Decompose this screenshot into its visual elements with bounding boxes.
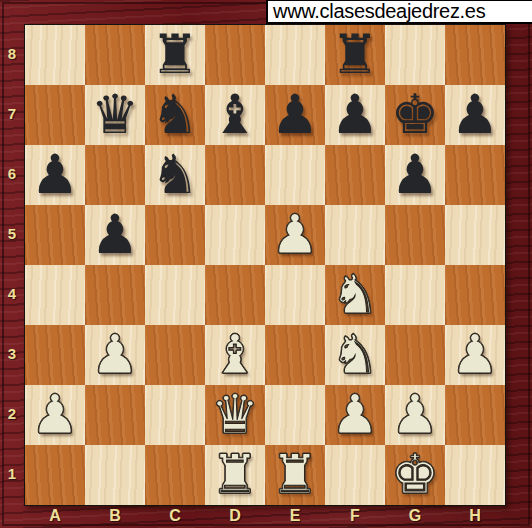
file-label-a: A <box>25 505 85 528</box>
square-h7[interactable]: ♟ <box>445 85 505 145</box>
black-pawn-piece: ♟ <box>25 145 85 205</box>
white-rook-piece: ♜ <box>205 445 265 505</box>
square-h6[interactable] <box>445 145 505 205</box>
square-h4[interactable] <box>445 265 505 325</box>
black-rook-piece: ♜ <box>325 25 385 85</box>
square-d6[interactable] <box>205 145 265 205</box>
rank-label-2: 2 <box>0 384 24 444</box>
white-pawn-piece: ♟ <box>445 325 505 385</box>
square-a2[interactable]: ♟ <box>25 385 85 445</box>
square-c3[interactable] <box>145 325 205 385</box>
square-f7[interactable]: ♟ <box>325 85 385 145</box>
square-c5[interactable] <box>145 205 205 265</box>
square-b1[interactable] <box>85 445 145 505</box>
square-a3[interactable] <box>25 325 85 385</box>
black-pawn-piece: ♟ <box>265 85 325 145</box>
black-queen-piece: ♛ <box>85 85 145 145</box>
file-label-d: D <box>205 505 265 528</box>
white-pawn-piece: ♟ <box>325 385 385 445</box>
black-bishop-piece: ♝ <box>205 85 265 145</box>
white-knight-piece: ♞ <box>325 265 385 325</box>
square-f5[interactable] <box>325 205 385 265</box>
square-d3[interactable]: ♝ <box>205 325 265 385</box>
site-banner: www.clasesdeajedrez.es <box>266 0 532 24</box>
black-pawn-piece: ♟ <box>445 85 505 145</box>
black-pawn-piece: ♟ <box>385 145 445 205</box>
square-f8[interactable]: ♜ <box>325 25 385 85</box>
rank-label-3: 3 <box>0 324 24 384</box>
square-a6[interactable]: ♟ <box>25 145 85 205</box>
rank-label-5: 5 <box>0 204 24 264</box>
white-king-piece: ♚ <box>385 445 445 505</box>
site-url-link[interactable]: www.clasesdeajedrez.es <box>273 0 485 23</box>
square-c1[interactable] <box>145 445 205 505</box>
white-knight-piece: ♞ <box>325 325 385 385</box>
square-c4[interactable] <box>145 265 205 325</box>
file-label-e: E <box>265 505 325 528</box>
square-d5[interactable] <box>205 205 265 265</box>
black-king-piece: ♚ <box>385 85 445 145</box>
square-a1[interactable] <box>25 445 85 505</box>
square-h5[interactable] <box>445 205 505 265</box>
square-g7[interactable]: ♚ <box>385 85 445 145</box>
white-bishop-piece: ♝ <box>205 325 265 385</box>
square-b4[interactable] <box>85 265 145 325</box>
square-b3[interactable]: ♟ <box>85 325 145 385</box>
square-b2[interactable] <box>85 385 145 445</box>
square-f3[interactable]: ♞ <box>325 325 385 385</box>
rank-label-6: 6 <box>0 144 24 204</box>
white-pawn-piece: ♟ <box>25 385 85 445</box>
square-e1[interactable]: ♜ <box>265 445 325 505</box>
square-a8[interactable] <box>25 25 85 85</box>
white-queen-piece: ♛ <box>205 385 265 445</box>
square-e6[interactable] <box>265 145 325 205</box>
black-rook-piece: ♜ <box>145 25 205 85</box>
file-label-f: F <box>325 505 385 528</box>
square-b6[interactable] <box>85 145 145 205</box>
square-h2[interactable] <box>445 385 505 445</box>
square-a5[interactable] <box>25 205 85 265</box>
white-pawn-piece: ♟ <box>265 205 325 265</box>
square-b7[interactable]: ♛ <box>85 85 145 145</box>
square-c8[interactable]: ♜ <box>145 25 205 85</box>
square-g4[interactable] <box>385 265 445 325</box>
file-label-g: G <box>385 505 445 528</box>
square-e8[interactable] <box>265 25 325 85</box>
white-pawn-piece: ♟ <box>385 385 445 445</box>
square-f4[interactable]: ♞ <box>325 265 385 325</box>
black-pawn-piece: ♟ <box>85 205 145 265</box>
black-knight-piece: ♞ <box>145 85 205 145</box>
square-g6[interactable]: ♟ <box>385 145 445 205</box>
square-d1[interactable]: ♜ <box>205 445 265 505</box>
square-c7[interactable]: ♞ <box>145 85 205 145</box>
square-h8[interactable] <box>445 25 505 85</box>
square-d7[interactable]: ♝ <box>205 85 265 145</box>
square-c2[interactable] <box>145 385 205 445</box>
black-knight-piece: ♞ <box>145 145 205 205</box>
square-e7[interactable]: ♟ <box>265 85 325 145</box>
square-c6[interactable]: ♞ <box>145 145 205 205</box>
square-h3[interactable]: ♟ <box>445 325 505 385</box>
square-a4[interactable] <box>25 265 85 325</box>
file-label-h: H <box>445 505 505 528</box>
square-g2[interactable]: ♟ <box>385 385 445 445</box>
square-g8[interactable] <box>385 25 445 85</box>
square-f6[interactable] <box>325 145 385 205</box>
square-b5[interactable]: ♟ <box>85 205 145 265</box>
square-e5[interactable]: ♟ <box>265 205 325 265</box>
square-a7[interactable] <box>25 85 85 145</box>
square-g5[interactable] <box>385 205 445 265</box>
square-d2[interactable]: ♛ <box>205 385 265 445</box>
file-label-b: B <box>85 505 145 528</box>
chess-diagram: ♜♜♛♞♝♟♟♚♟♟♞♟♟♟♞♟♝♞♟♟♛♟♟♜♜♚ 87654321 ABCD… <box>0 0 532 528</box>
square-e2[interactable] <box>265 385 325 445</box>
rank-label-1: 1 <box>0 444 24 504</box>
white-rook-piece: ♜ <box>265 445 325 505</box>
square-b8[interactable] <box>85 25 145 85</box>
square-d4[interactable] <box>205 265 265 325</box>
rank-label-4: 4 <box>0 264 24 324</box>
square-e3[interactable] <box>265 325 325 385</box>
square-g1[interactable]: ♚ <box>385 445 445 505</box>
file-label-c: C <box>145 505 205 528</box>
square-e4[interactable] <box>265 265 325 325</box>
square-h1[interactable] <box>445 445 505 505</box>
square-f1[interactable] <box>325 445 385 505</box>
black-pawn-piece: ♟ <box>325 85 385 145</box>
chess-board: ♜♜♛♞♝♟♟♚♟♟♞♟♟♟♞♟♝♞♟♟♛♟♟♜♜♚ <box>24 24 506 506</box>
white-pawn-piece: ♟ <box>85 325 145 385</box>
square-f2[interactable]: ♟ <box>325 385 385 445</box>
square-g3[interactable] <box>385 325 445 385</box>
square-d8[interactable] <box>205 25 265 85</box>
rank-label-8: 8 <box>0 24 24 84</box>
rank-label-7: 7 <box>0 84 24 144</box>
